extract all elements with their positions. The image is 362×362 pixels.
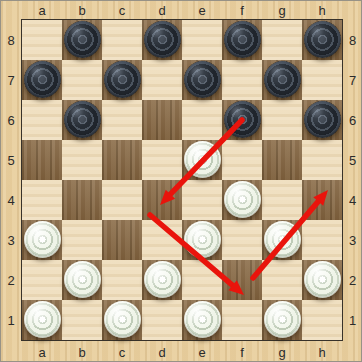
- file-label-top-e: e: [182, 3, 222, 18]
- file-label-top-c: c: [102, 3, 142, 18]
- piece-white-g3[interactable]: [264, 221, 301, 258]
- file-label-bottom-h: h: [302, 345, 342, 360]
- piece-black-c7[interactable]: [104, 61, 141, 98]
- file-label-bottom-b: b: [62, 345, 102, 360]
- file-label-bottom-e: e: [182, 345, 222, 360]
- rank-labels-left: 87654321: [1, 20, 21, 340]
- piece-white-a3[interactable]: [24, 221, 61, 258]
- checkers-board-window: abcdefgh abcdefgh 87654321 87654321: [0, 0, 362, 362]
- rank-label-right-7: 7: [342, 60, 362, 100]
- rank-label-right-2: 2: [342, 260, 362, 300]
- rank-label-left-4: 4: [1, 180, 21, 220]
- piece-white-e1[interactable]: [184, 301, 221, 338]
- rank-label-left-7: 7: [1, 60, 21, 100]
- file-label-top-a: a: [22, 3, 62, 18]
- piece-black-b8[interactable]: [64, 21, 101, 58]
- piece-white-d2[interactable]: [144, 261, 181, 298]
- rank-label-left-6: 6: [1, 100, 21, 140]
- piece-black-b6[interactable]: [64, 101, 101, 138]
- rank-label-left-3: 3: [1, 220, 21, 260]
- file-label-bottom-d: d: [142, 345, 182, 360]
- piece-black-h6[interactable]: [304, 101, 341, 138]
- piece-black-f6[interactable]: [224, 101, 261, 138]
- piece-black-f8[interactable]: [224, 21, 261, 58]
- pieces-layer: [22, 20, 342, 340]
- piece-white-f4[interactable]: [224, 181, 261, 218]
- piece-white-g1[interactable]: [264, 301, 301, 338]
- file-label-bottom-f: f: [222, 345, 262, 360]
- piece-white-e3[interactable]: [184, 221, 221, 258]
- file-labels-bottom: abcdefgh: [22, 341, 342, 362]
- file-label-bottom-a: a: [22, 345, 62, 360]
- rank-label-right-4: 4: [342, 180, 362, 220]
- file-label-top-b: b: [62, 3, 102, 18]
- rank-label-left-5: 5: [1, 140, 21, 180]
- file-label-top-d: d: [142, 3, 182, 18]
- rank-label-right-8: 8: [342, 20, 362, 60]
- piece-black-e7[interactable]: [184, 61, 221, 98]
- piece-white-a1[interactable]: [24, 301, 61, 338]
- board-frame: [21, 19, 343, 341]
- file-label-bottom-c: c: [102, 345, 142, 360]
- file-label-top-f: f: [222, 3, 262, 18]
- piece-white-h2[interactable]: [304, 261, 341, 298]
- file-labels-top: abcdefgh: [22, 1, 342, 19]
- piece-black-h8[interactable]: [304, 21, 341, 58]
- rank-label-left-8: 8: [1, 20, 21, 60]
- rank-label-right-5: 5: [342, 140, 362, 180]
- rank-label-left-2: 2: [1, 260, 21, 300]
- piece-white-b2[interactable]: [64, 261, 101, 298]
- rank-labels-right: 87654321: [342, 20, 362, 340]
- rank-label-left-1: 1: [1, 300, 21, 340]
- rank-label-right-1: 1: [342, 300, 362, 340]
- rank-label-right-3: 3: [342, 220, 362, 260]
- piece-black-d8[interactable]: [144, 21, 181, 58]
- file-label-top-g: g: [262, 3, 302, 18]
- piece-white-c1[interactable]: [104, 301, 141, 338]
- piece-black-g7[interactable]: [264, 61, 301, 98]
- file-label-bottom-g: g: [262, 345, 302, 360]
- piece-white-e5[interactable]: [184, 141, 221, 178]
- rank-label-right-6: 6: [342, 100, 362, 140]
- piece-black-a7[interactable]: [24, 61, 61, 98]
- file-label-top-h: h: [302, 3, 342, 18]
